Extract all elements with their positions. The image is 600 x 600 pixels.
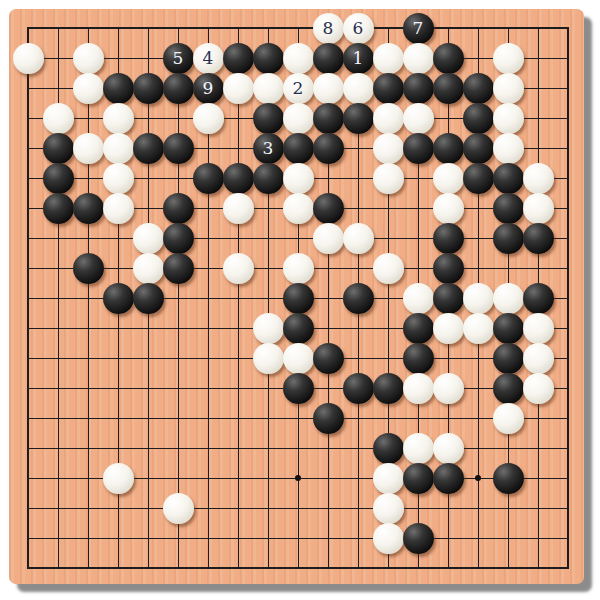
grid-line-horizontal [28, 448, 568, 449]
stone-black[interactable] [283, 133, 314, 164]
stone-white[interactable] [223, 253, 254, 284]
stone-black[interactable] [163, 193, 194, 224]
stone-white[interactable] [403, 103, 434, 134]
stone-black[interactable] [313, 193, 344, 224]
stone-black[interactable] [343, 103, 374, 134]
move-number-label: 8 [323, 20, 334, 37]
stone-black[interactable] [403, 133, 434, 164]
stone-black[interactable] [103, 73, 134, 104]
go-board[interactable]: 867541923 [9, 9, 584, 584]
stone-black[interactable] [223, 163, 254, 194]
stone-black[interactable] [463, 103, 494, 134]
star-point [295, 475, 301, 481]
stone-white[interactable] [43, 103, 74, 134]
stone-black[interactable] [133, 133, 164, 164]
stone-black[interactable] [163, 73, 194, 104]
grid-line-horizontal [28, 418, 568, 419]
stone-white[interactable]: 6 [343, 13, 374, 44]
stone-white[interactable] [283, 103, 314, 134]
stone-black[interactable] [433, 43, 464, 74]
stone-white[interactable] [493, 133, 524, 164]
stone-white[interactable] [163, 493, 194, 524]
stone-black[interactable] [133, 283, 164, 314]
stone-white[interactable] [433, 163, 464, 194]
stone-white[interactable] [373, 163, 404, 194]
stone-black[interactable] [493, 193, 524, 224]
stone-white[interactable]: 4 [193, 43, 224, 74]
stone-black[interactable] [163, 253, 194, 284]
stone-white[interactable] [493, 403, 524, 434]
stone-white[interactable] [403, 373, 434, 404]
stone-white[interactable] [283, 43, 314, 74]
stone-black[interactable] [433, 223, 464, 254]
stone-black[interactable] [403, 523, 434, 554]
stone-black[interactable] [433, 283, 464, 314]
stone-white[interactable] [133, 253, 164, 284]
stone-black[interactable] [43, 193, 74, 224]
stone-white[interactable] [103, 163, 134, 194]
stone-black[interactable] [253, 163, 284, 194]
move-number-label: 4 [203, 50, 214, 67]
stone-white[interactable] [373, 133, 404, 164]
stone-black[interactable] [433, 73, 464, 104]
stone-black[interactable] [163, 223, 194, 254]
stone-white[interactable] [73, 43, 104, 74]
stone-white[interactable] [103, 193, 134, 224]
stone-white[interactable] [73, 73, 104, 104]
stone-black[interactable] [433, 253, 464, 284]
stone-black[interactable] [493, 343, 524, 374]
stone-black[interactable]: 7 [403, 13, 434, 44]
stone-black[interactable] [163, 133, 194, 164]
stone-black[interactable] [403, 463, 434, 494]
stone-white[interactable] [343, 73, 374, 104]
stone-white[interactable] [523, 343, 554, 374]
grid-line-horizontal [28, 538, 568, 539]
stone-white[interactable] [343, 223, 374, 254]
stone-white[interactable] [523, 313, 554, 344]
stone-white[interactable]: 8 [313, 13, 344, 44]
stone-white[interactable] [493, 43, 524, 74]
stone-white[interactable] [73, 133, 104, 164]
stone-white[interactable] [283, 163, 314, 194]
stone-black[interactable] [463, 133, 494, 164]
move-number-label: 6 [353, 20, 364, 37]
stone-white[interactable] [373, 103, 404, 134]
stone-white[interactable] [313, 223, 344, 254]
stone-black[interactable] [223, 43, 254, 74]
stone-white[interactable]: 2 [283, 73, 314, 104]
stone-black[interactable] [313, 43, 344, 74]
stone-white[interactable] [493, 73, 524, 104]
stone-black[interactable] [343, 373, 374, 404]
stone-white[interactable] [283, 253, 314, 284]
stone-white[interactable] [13, 43, 44, 74]
stone-black[interactable] [493, 163, 524, 194]
stone-white[interactable] [313, 73, 344, 104]
stone-black[interactable] [313, 133, 344, 164]
move-number-label: 7 [413, 20, 424, 37]
stone-white[interactable] [463, 313, 494, 344]
stone-black[interactable] [403, 343, 434, 374]
move-number-label: 5 [173, 50, 184, 67]
stone-black[interactable] [403, 313, 434, 344]
stone-white[interactable] [373, 523, 404, 554]
stone-black[interactable] [433, 463, 464, 494]
stone-white[interactable] [283, 343, 314, 374]
stone-black[interactable] [493, 463, 524, 494]
star-point [475, 475, 481, 481]
stone-black[interactable] [343, 283, 374, 314]
stone-white[interactable] [103, 463, 134, 494]
stone-white[interactable] [223, 193, 254, 224]
stone-white[interactable] [433, 193, 464, 224]
stone-black[interactable] [523, 223, 554, 254]
move-number-label: 3 [263, 140, 274, 157]
stone-white[interactable] [493, 283, 524, 314]
grid-line-horizontal [28, 508, 568, 509]
stone-black[interactable] [73, 193, 104, 224]
stone-white[interactable] [193, 103, 224, 134]
stone-black[interactable] [463, 73, 494, 104]
stone-black[interactable] [433, 133, 464, 164]
stone-black[interactable] [523, 283, 554, 314]
stone-white[interactable] [463, 283, 494, 314]
stone-black[interactable] [403, 73, 434, 104]
stone-black[interactable] [493, 373, 524, 404]
stone-black[interactable] [313, 403, 344, 434]
stone-white[interactable] [253, 343, 284, 374]
stone-white[interactable] [403, 283, 434, 314]
stone-black[interactable]: 3 [253, 133, 284, 164]
stone-black[interactable] [103, 283, 134, 314]
stone-white[interactable] [223, 73, 254, 104]
stone-white[interactable] [433, 373, 464, 404]
move-number-label: 9 [203, 80, 214, 97]
stone-black[interactable] [43, 163, 74, 194]
stone-black[interactable] [493, 313, 524, 344]
stone-black[interactable] [283, 373, 314, 404]
stone-black[interactable] [313, 103, 344, 134]
stone-white[interactable] [403, 43, 434, 74]
stone-black[interactable] [43, 133, 74, 164]
stone-white[interactable] [373, 463, 404, 494]
stone-white[interactable] [253, 313, 284, 344]
stone-black[interactable] [283, 313, 314, 344]
stone-black[interactable] [133, 73, 164, 104]
stone-black[interactable] [373, 73, 404, 104]
stone-black[interactable] [373, 433, 404, 464]
stone-white[interactable] [433, 313, 464, 344]
stone-white[interactable] [373, 43, 404, 74]
stone-black[interactable] [253, 43, 284, 74]
stone-black[interactable] [193, 163, 224, 194]
stone-black[interactable]: 9 [193, 73, 224, 104]
stone-white[interactable] [523, 163, 554, 194]
stone-white[interactable] [373, 493, 404, 524]
stone-white[interactable] [433, 433, 464, 464]
move-number-label: 2 [293, 80, 304, 97]
stone-white[interactable] [373, 253, 404, 284]
stone-black[interactable] [463, 163, 494, 194]
stone-white[interactable] [523, 373, 554, 404]
stone-white[interactable] [103, 133, 134, 164]
stone-black[interactable] [253, 103, 284, 134]
stone-black[interactable] [73, 253, 104, 284]
stone-black[interactable]: 1 [343, 43, 374, 74]
stone-white[interactable] [103, 103, 134, 134]
stone-white[interactable] [523, 193, 554, 224]
stone-white[interactable] [283, 193, 314, 224]
stone-white[interactable] [403, 433, 434, 464]
stone-black[interactable] [283, 283, 314, 314]
stone-white[interactable] [493, 103, 524, 134]
stone-black[interactable] [313, 343, 344, 374]
stone-black[interactable]: 5 [163, 43, 194, 74]
stone-white[interactable] [253, 73, 284, 104]
move-number-label: 1 [353, 50, 364, 67]
stone-black[interactable] [493, 223, 524, 254]
stone-black[interactable] [373, 373, 404, 404]
stone-white[interactable] [133, 223, 164, 254]
